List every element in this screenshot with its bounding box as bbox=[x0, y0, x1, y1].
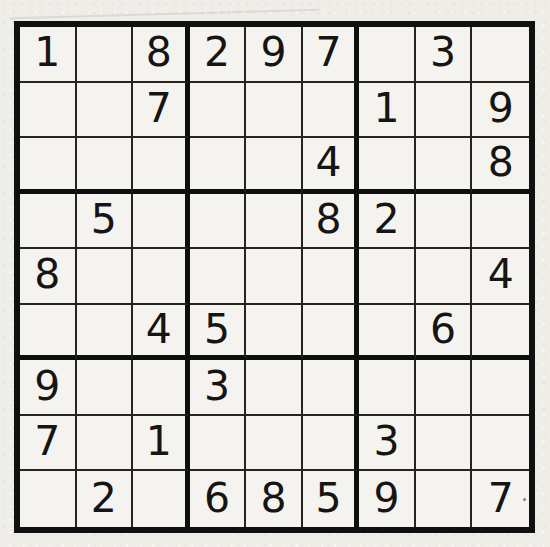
cell-r7c8[interactable] bbox=[416, 360, 473, 416]
cell-r1c6[interactable]: 7 bbox=[303, 27, 360, 83]
cell-r5c6[interactable] bbox=[303, 249, 360, 305]
cell-r1c9[interactable] bbox=[472, 27, 529, 83]
cell-r5c2[interactable] bbox=[77, 249, 134, 305]
cell-r4c1[interactable] bbox=[20, 194, 77, 250]
cell-r4c4[interactable] bbox=[190, 194, 247, 250]
cell-r9c2[interactable]: 2 bbox=[77, 471, 134, 527]
cell-r3c4[interactable] bbox=[190, 138, 247, 194]
cell-r5c1[interactable]: 8 bbox=[20, 249, 77, 305]
cell-r4c2[interactable]: 5 bbox=[77, 194, 134, 250]
cell-r3c5[interactable] bbox=[246, 138, 303, 194]
cell-r1c2[interactable] bbox=[77, 27, 134, 83]
given-digit: 5 bbox=[204, 309, 230, 350]
given-digit: 8 bbox=[34, 254, 60, 295]
given-digit: 6 bbox=[430, 309, 456, 350]
paper-crease-mark bbox=[10, 9, 320, 20]
cell-r4c9[interactable] bbox=[472, 194, 529, 250]
cell-r7c2[interactable] bbox=[77, 360, 134, 416]
given-digit: 8 bbox=[488, 142, 514, 183]
cell-r8c7[interactable]: 3 bbox=[359, 416, 416, 472]
cell-r5c9[interactable]: 4 bbox=[472, 249, 529, 305]
cell-r7c5[interactable] bbox=[246, 360, 303, 416]
cell-r9c4[interactable]: 6 bbox=[190, 471, 247, 527]
cell-r3c2[interactable] bbox=[77, 138, 134, 194]
cell-r2c2[interactable] bbox=[77, 83, 134, 139]
cell-r9c9[interactable]: 7 bbox=[472, 471, 529, 527]
given-digit: 8 bbox=[316, 199, 342, 240]
cell-r2c4[interactable] bbox=[190, 83, 247, 139]
cell-r3c9[interactable]: 8 bbox=[472, 138, 529, 194]
given-digit: 1 bbox=[34, 32, 60, 73]
cell-r1c7[interactable] bbox=[359, 27, 416, 83]
cell-r8c4[interactable] bbox=[190, 416, 247, 472]
cell-r8c3[interactable]: 1 bbox=[133, 416, 190, 472]
given-digit: 2 bbox=[374, 199, 400, 240]
cell-r2c3[interactable]: 7 bbox=[133, 83, 190, 139]
cell-r2c5[interactable] bbox=[246, 83, 303, 139]
cell-r5c7[interactable] bbox=[359, 249, 416, 305]
cell-r6c1[interactable] bbox=[20, 305, 77, 361]
given-digit: 7 bbox=[146, 88, 172, 129]
given-digit: 9 bbox=[34, 366, 60, 407]
given-digit: 4 bbox=[488, 254, 514, 295]
given-digit: 9 bbox=[260, 32, 286, 73]
cell-r6c8[interactable]: 6 bbox=[416, 305, 473, 361]
cell-r7c3[interactable] bbox=[133, 360, 190, 416]
cell-r4c3[interactable] bbox=[133, 194, 190, 250]
cell-r6c2[interactable] bbox=[77, 305, 134, 361]
cell-r5c8[interactable] bbox=[416, 249, 473, 305]
given-digit: 4 bbox=[146, 309, 172, 350]
cell-r5c5[interactable] bbox=[246, 249, 303, 305]
given-digit: 9 bbox=[374, 478, 400, 519]
cell-r7c4[interactable]: 3 bbox=[190, 360, 247, 416]
cell-r5c3[interactable] bbox=[133, 249, 190, 305]
cell-r6c9[interactable] bbox=[472, 305, 529, 361]
cell-r2c7[interactable]: 1 bbox=[359, 83, 416, 139]
given-digit: 1 bbox=[146, 421, 172, 462]
cell-r8c5[interactable] bbox=[246, 416, 303, 472]
cell-r6c3[interactable]: 4 bbox=[133, 305, 190, 361]
scanned-newspaper-page: 182973719485828445693713268597 bbox=[0, 0, 550, 547]
given-digit: 3 bbox=[204, 366, 230, 407]
sudoku-board: 182973719485828445693713268597 bbox=[14, 21, 535, 533]
cell-r7c6[interactable] bbox=[303, 360, 360, 416]
cell-r6c4[interactable]: 5 bbox=[190, 305, 247, 361]
cell-r1c4[interactable]: 2 bbox=[190, 27, 247, 83]
cell-r8c2[interactable] bbox=[77, 416, 134, 472]
cell-r1c1[interactable]: 1 bbox=[20, 27, 77, 83]
cell-r3c7[interactable] bbox=[359, 138, 416, 194]
given-digit: 8 bbox=[146, 32, 172, 73]
cell-r6c5[interactable] bbox=[246, 305, 303, 361]
cell-r7c9[interactable] bbox=[472, 360, 529, 416]
cell-r2c1[interactable] bbox=[20, 83, 77, 139]
given-digit: 3 bbox=[430, 32, 456, 73]
cell-r9c8[interactable] bbox=[416, 471, 473, 527]
given-digit: 7 bbox=[316, 32, 342, 73]
cell-r3c6[interactable]: 4 bbox=[303, 138, 360, 194]
given-digit: 2 bbox=[91, 478, 117, 519]
cell-r2c6[interactable] bbox=[303, 83, 360, 139]
given-digit: 5 bbox=[316, 478, 342, 519]
given-digit: 5 bbox=[91, 199, 117, 240]
cell-r1c5[interactable]: 9 bbox=[246, 27, 303, 83]
cell-r8c6[interactable] bbox=[303, 416, 360, 472]
cell-r3c8[interactable] bbox=[416, 138, 473, 194]
cell-r9c6[interactable]: 5 bbox=[303, 471, 360, 527]
cell-r4c6[interactable]: 8 bbox=[303, 194, 360, 250]
cell-r1c3[interactable]: 8 bbox=[133, 27, 190, 83]
cell-r9c5[interactable]: 8 bbox=[246, 471, 303, 527]
cell-r4c7[interactable]: 2 bbox=[359, 194, 416, 250]
cell-r8c8[interactable] bbox=[416, 416, 473, 472]
cell-r5c4[interactable] bbox=[190, 249, 247, 305]
print-speck bbox=[523, 498, 526, 501]
cell-r6c6[interactable] bbox=[303, 305, 360, 361]
given-digit: 2 bbox=[204, 32, 230, 73]
cell-r3c1[interactable] bbox=[20, 138, 77, 194]
cell-r8c9[interactable] bbox=[472, 416, 529, 472]
cell-r7c1[interactable]: 9 bbox=[20, 360, 77, 416]
given-digit: 6 bbox=[204, 478, 230, 519]
cell-r3c3[interactable] bbox=[133, 138, 190, 194]
given-digit: 1 bbox=[374, 88, 400, 129]
cell-r8c1[interactable]: 7 bbox=[20, 416, 77, 472]
cell-r2c8[interactable] bbox=[416, 83, 473, 139]
cell-r9c1[interactable] bbox=[20, 471, 77, 527]
cell-r9c3[interactable] bbox=[133, 471, 190, 527]
cell-r9c7[interactable]: 9 bbox=[359, 471, 416, 527]
given-digit: 7 bbox=[34, 421, 60, 462]
given-digit: 8 bbox=[260, 478, 286, 519]
cell-r2c9[interactable]: 9 bbox=[472, 83, 529, 139]
cell-r7c7[interactable] bbox=[359, 360, 416, 416]
given-digit: 3 bbox=[374, 421, 400, 462]
cell-r4c5[interactable] bbox=[246, 194, 303, 250]
given-digit: 9 bbox=[488, 88, 514, 129]
cell-r1c8[interactable]: 3 bbox=[416, 27, 473, 83]
given-digit: 4 bbox=[316, 142, 342, 183]
cell-r6c7[interactable] bbox=[359, 305, 416, 361]
given-digit: 7 bbox=[488, 478, 514, 519]
cell-r4c8[interactable] bbox=[416, 194, 473, 250]
